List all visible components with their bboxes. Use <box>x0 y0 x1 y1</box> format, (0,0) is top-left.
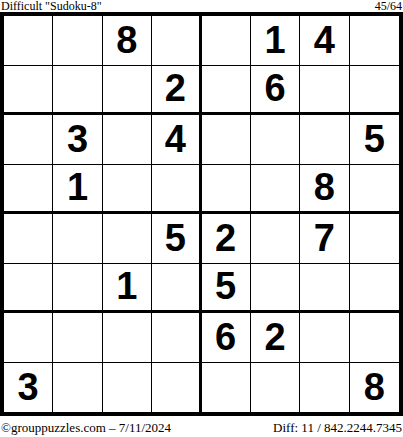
cell-r3c1-empty[interactable] <box>4 115 53 165</box>
cell-r7c5-given-6: 6 <box>202 313 251 363</box>
cell-r4c7-given-8: 8 <box>300 165 349 215</box>
cell-r3c2-given-3: 3 <box>53 115 102 165</box>
cell-r3c5-empty[interactable] <box>202 115 251 165</box>
cell-r8c1-given-3: 3 <box>4 363 53 413</box>
footer: ©grouppuzzles.com – 7/11/2024 Diff: 11 /… <box>0 421 403 435</box>
cell-r2c2-empty[interactable] <box>53 66 102 116</box>
cell-r5c7-given-7: 7 <box>300 214 349 264</box>
cell-r2c5-empty[interactable] <box>202 66 251 116</box>
puzzle-title: Difficult "Sudoku-8" <box>1 0 102 12</box>
cell-r3c8-given-5: 5 <box>350 115 399 165</box>
cell-r5c2-empty[interactable] <box>53 214 102 264</box>
cell-r8c5-empty[interactable] <box>202 363 251 413</box>
cell-r3c7-empty[interactable] <box>300 115 349 165</box>
cell-r7c6-given-2: 2 <box>251 313 300 363</box>
cell-r6c1-empty[interactable] <box>4 264 53 314</box>
cell-r3c3-empty[interactable] <box>103 115 152 165</box>
cell-r1c2-empty[interactable] <box>53 16 102 66</box>
cell-r6c2-empty[interactable] <box>53 264 102 314</box>
cell-r1c3-given-8: 8 <box>103 16 152 66</box>
cell-r1c8-empty[interactable] <box>350 16 399 66</box>
cell-r2c1-empty[interactable] <box>4 66 53 116</box>
cell-r5c1-empty[interactable] <box>4 214 53 264</box>
cell-r6c4-empty[interactable] <box>152 264 201 314</box>
difficulty-rating: Diff: 11 / 842.2244.7345 <box>273 421 402 435</box>
cell-r8c3-empty[interactable] <box>103 363 152 413</box>
cell-r3c6-empty[interactable] <box>251 115 300 165</box>
cell-r7c4-empty[interactable] <box>152 313 201 363</box>
cell-r8c4-empty[interactable] <box>152 363 201 413</box>
copyright-date: ©grouppuzzles.com – 7/11/2024 <box>1 421 171 435</box>
cell-r2c3-empty[interactable] <box>103 66 152 116</box>
cell-r4c1-empty[interactable] <box>4 165 53 215</box>
cell-r4c3-empty[interactable] <box>103 165 152 215</box>
cell-r2c6-given-6: 6 <box>251 66 300 116</box>
cell-r6c6-empty[interactable] <box>251 264 300 314</box>
cell-r7c2-empty[interactable] <box>53 313 102 363</box>
cell-r8c8-given-8: 8 <box>350 363 399 413</box>
cell-r5c4-given-5: 5 <box>152 214 201 264</box>
cell-r2c7-empty[interactable] <box>300 66 349 116</box>
cell-r5c5-given-2: 2 <box>202 214 251 264</box>
cell-r6c7-empty[interactable] <box>300 264 349 314</box>
cell-r7c8-empty[interactable] <box>350 313 399 363</box>
cell-r4c4-empty[interactable] <box>152 165 201 215</box>
cell-r1c7-given-4: 4 <box>300 16 349 66</box>
cell-r4c6-empty[interactable] <box>251 165 300 215</box>
cell-r8c7-empty[interactable] <box>300 363 349 413</box>
sudoku-board: 8142634518527156238 <box>0 12 403 416</box>
cell-r4c2-given-1: 1 <box>53 165 102 215</box>
cell-r4c8-empty[interactable] <box>350 165 399 215</box>
cells-remaining-counter: 45/64 <box>375 0 402 12</box>
cell-r6c5-given-5: 5 <box>202 264 251 314</box>
cell-r2c4-given-2: 2 <box>152 66 201 116</box>
cell-r3c4-given-4: 4 <box>152 115 201 165</box>
cell-r8c6-empty[interactable] <box>251 363 300 413</box>
cell-r5c8-empty[interactable] <box>350 214 399 264</box>
cell-r6c3-given-1: 1 <box>103 264 152 314</box>
cell-r5c6-empty[interactable] <box>251 214 300 264</box>
cell-r4c5-empty[interactable] <box>202 165 251 215</box>
cell-r8c2-empty[interactable] <box>53 363 102 413</box>
cell-r1c6-given-1: 1 <box>251 16 300 66</box>
cell-r1c1-empty[interactable] <box>4 16 53 66</box>
cell-r5c3-empty[interactable] <box>103 214 152 264</box>
cell-r7c1-empty[interactable] <box>4 313 53 363</box>
cell-r1c5-empty[interactable] <box>202 16 251 66</box>
cell-r7c7-empty[interactable] <box>300 313 349 363</box>
header: Difficult "Sudoku-8" 45/64 <box>0 0 403 12</box>
cell-r7c3-empty[interactable] <box>103 313 152 363</box>
cell-r6c8-empty[interactable] <box>350 264 399 314</box>
cell-r1c4-empty[interactable] <box>152 16 201 66</box>
sudoku-page: Difficult "Sudoku-8" 45/64 8142634518527… <box>0 0 403 437</box>
cell-r2c8-empty[interactable] <box>350 66 399 116</box>
